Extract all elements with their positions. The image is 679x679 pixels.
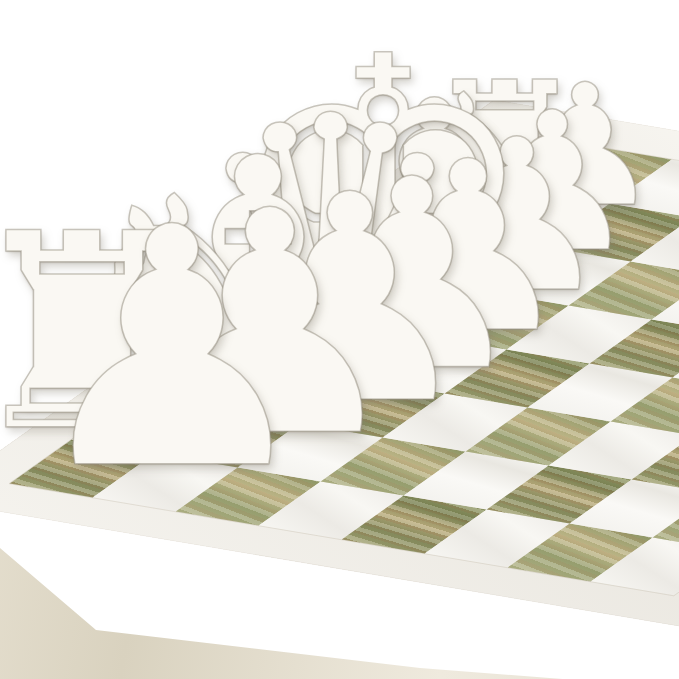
product-photo: ♜♞♝♛♚♝♞♜♟♟♟♟♟♟♟♟ [0,0,679,679]
pieces-layer: ♜♞♝♛♚♝♞♜♟♟♟♟♟♟♟♟ [0,0,679,679]
piece-white-pawn-a2[interactable]: ♟ [24,185,320,515]
